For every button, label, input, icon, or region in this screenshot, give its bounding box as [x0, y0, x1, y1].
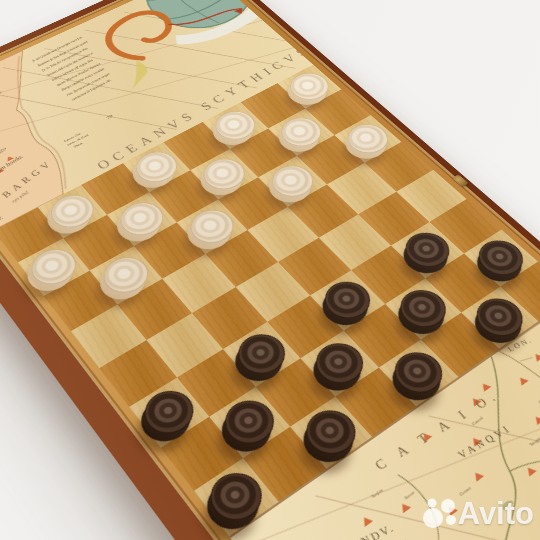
board-face: ft ad Gulielmum fononfes cum fueTandem f… [0, 0, 540, 540]
avito-logo-icon [422, 496, 458, 532]
product-photo-scene: ft ad Gulielmum fononfes cum fueTandem f… [0, 0, 540, 540]
avito-watermark: Avito [422, 496, 534, 532]
checkers-board-product: ft ad Gulielmum fononfes cum fueTandem f… [0, 0, 540, 540]
brass-clasp[interactable] [452, 174, 469, 187]
avito-watermark-text: Avito [458, 496, 534, 532]
